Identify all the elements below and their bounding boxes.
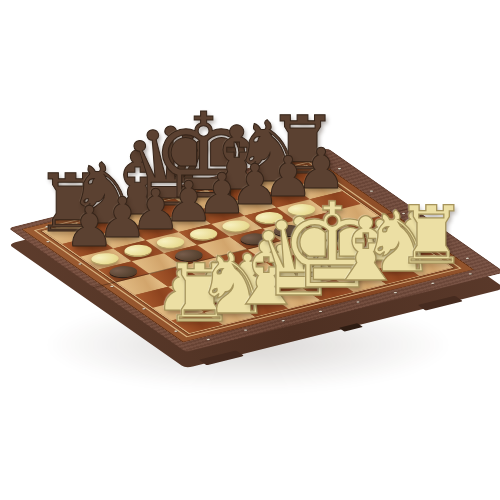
- piece-white-rook-h1[interactable]: ♜: [396, 196, 468, 276]
- pieces-layer: ♜♞♝♛♚♝♞♜♟♟♟♟♟♟♟♟♟♟♟♟♟♟♟♟♜♞♝♛♚♝♞♜: [0, 0, 500, 500]
- product-photo-scene: ♜♞♝♛♚♝♞♜♟♟♟♟♟♟♟♟♟♟♟♟♟♟♟♟♜♞♝♛♚♝♞♜: [0, 0, 500, 500]
